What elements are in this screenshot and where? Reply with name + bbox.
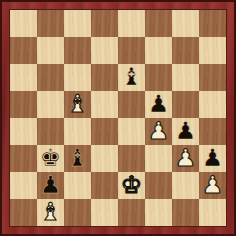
square-f2[interactable] — [145, 172, 172, 199]
square-d3[interactable] — [91, 145, 118, 172]
chess-board: ♝♝♟♟♟♚♝♟♟♟♚♟♝ — [9, 9, 227, 227]
square-b1[interactable]: ♝ — [37, 199, 64, 226]
square-d6[interactable] — [91, 64, 118, 91]
piece-black-bishop: ♝ — [121, 65, 143, 89]
square-f3[interactable] — [145, 145, 172, 172]
piece-white-pawn: ♟ — [202, 173, 224, 197]
square-a5[interactable] — [10, 91, 37, 118]
square-g4[interactable]: ♟ — [172, 118, 199, 145]
square-f7[interactable] — [145, 37, 172, 64]
square-b3[interactable]: ♚ — [37, 145, 64, 172]
square-b5[interactable] — [37, 91, 64, 118]
square-e4[interactable] — [118, 118, 145, 145]
square-f8[interactable] — [145, 10, 172, 37]
square-d2[interactable] — [91, 172, 118, 199]
square-g3[interactable]: ♟ — [172, 145, 199, 172]
square-h4[interactable] — [199, 118, 226, 145]
board-frame: ♝♝♟♟♟♚♝♟♟♟♚♟♝ — [0, 0, 236, 236]
square-d4[interactable] — [91, 118, 118, 145]
piece-black-pawn: ♟ — [202, 146, 224, 170]
piece-black-king: ♚ — [40, 146, 62, 170]
square-f1[interactable] — [145, 199, 172, 226]
square-b7[interactable] — [37, 37, 64, 64]
square-g5[interactable] — [172, 91, 199, 118]
square-e1[interactable] — [118, 199, 145, 226]
square-c3[interactable]: ♝ — [64, 145, 91, 172]
square-h6[interactable] — [199, 64, 226, 91]
square-a6[interactable] — [10, 64, 37, 91]
square-c1[interactable] — [64, 199, 91, 226]
square-b2[interactable]: ♟ — [37, 172, 64, 199]
piece-white-pawn: ♟ — [175, 146, 197, 170]
square-c8[interactable] — [64, 10, 91, 37]
square-a3[interactable] — [10, 145, 37, 172]
square-e8[interactable] — [118, 10, 145, 37]
piece-white-king: ♚ — [121, 173, 143, 197]
square-b6[interactable] — [37, 64, 64, 91]
square-a8[interactable] — [10, 10, 37, 37]
square-h8[interactable] — [199, 10, 226, 37]
square-f6[interactable] — [145, 64, 172, 91]
square-h1[interactable] — [199, 199, 226, 226]
square-h2[interactable]: ♟ — [199, 172, 226, 199]
square-b4[interactable] — [37, 118, 64, 145]
square-e3[interactable] — [118, 145, 145, 172]
square-a4[interactable] — [10, 118, 37, 145]
piece-white-bishop: ♝ — [67, 92, 89, 116]
piece-black-bishop: ♝ — [67, 146, 89, 170]
square-c7[interactable] — [64, 37, 91, 64]
square-f5[interactable]: ♟ — [145, 91, 172, 118]
piece-black-pawn: ♟ — [148, 92, 170, 116]
square-g8[interactable] — [172, 10, 199, 37]
piece-white-pawn: ♟ — [148, 119, 170, 143]
square-e6[interactable]: ♝ — [118, 64, 145, 91]
square-f4[interactable]: ♟ — [145, 118, 172, 145]
square-e2[interactable]: ♚ — [118, 172, 145, 199]
piece-white-bishop: ♝ — [40, 200, 62, 224]
piece-black-pawn: ♟ — [175, 119, 197, 143]
square-g7[interactable] — [172, 37, 199, 64]
square-a1[interactable] — [10, 199, 37, 226]
square-c5[interactable]: ♝ — [64, 91, 91, 118]
square-a7[interactable] — [10, 37, 37, 64]
piece-black-pawn: ♟ — [40, 173, 62, 197]
square-a2[interactable] — [10, 172, 37, 199]
square-d8[interactable] — [91, 10, 118, 37]
square-e7[interactable] — [118, 37, 145, 64]
square-h5[interactable] — [199, 91, 226, 118]
square-e5[interactable] — [118, 91, 145, 118]
square-h7[interactable] — [199, 37, 226, 64]
square-g2[interactable] — [172, 172, 199, 199]
square-b8[interactable] — [37, 10, 64, 37]
square-h3[interactable]: ♟ — [199, 145, 226, 172]
square-d5[interactable] — [91, 91, 118, 118]
square-c6[interactable] — [64, 64, 91, 91]
square-c4[interactable] — [64, 118, 91, 145]
square-d7[interactable] — [91, 37, 118, 64]
square-g1[interactable] — [172, 199, 199, 226]
square-c2[interactable] — [64, 172, 91, 199]
square-g6[interactable] — [172, 64, 199, 91]
square-d1[interactable] — [91, 199, 118, 226]
